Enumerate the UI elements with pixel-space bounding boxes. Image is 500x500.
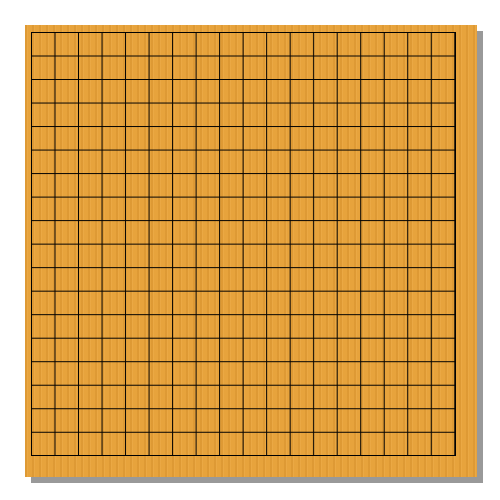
goban[interactable] (25, 25, 477, 477)
go-game-viewer (0, 0, 500, 500)
stones-grid (19, 20, 466, 467)
